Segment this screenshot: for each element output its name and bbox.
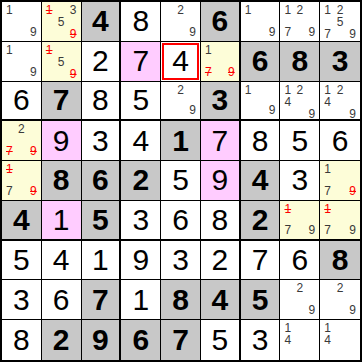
given-digit: 4: [211, 285, 228, 315]
entered-digit: 2: [92, 46, 109, 76]
given-digit: 8: [172, 285, 189, 315]
cell-r2c2[interactable]: 159: [42, 42, 82, 82]
cell-r1c9[interactable]: 12579: [320, 2, 360, 42]
candidate-9: 9: [305, 26, 315, 38]
cell-r1c6[interactable]: 6: [201, 2, 241, 42]
cell-r6c3[interactable]: 5: [82, 201, 122, 241]
candidate-1-eliminated: 1: [324, 203, 335, 215]
candidate-9: 9: [345, 304, 356, 316]
candidate-1: 1: [205, 44, 215, 56]
candidate-4: 4: [284, 334, 294, 346]
cell-r7c6[interactable]: 2: [201, 241, 241, 281]
pencil-marks: 1249: [320, 82, 360, 120]
entered-digit: 5: [132, 85, 149, 115]
entered-digit: 6: [291, 245, 308, 275]
pencil-marks: 19: [241, 2, 280, 41]
cell-r6c7[interactable]: 2: [241, 201, 281, 241]
cell-r9c5[interactable]: 7: [161, 320, 201, 360]
cell-r4c5[interactable]: 1: [161, 121, 201, 161]
candidate-4: 4: [284, 96, 294, 108]
given-digit: 3: [332, 46, 349, 76]
candidate-5: 5: [56, 56, 66, 68]
candidate-9-eliminated: 9: [225, 66, 235, 78]
cell-r8c5[interactable]: 8: [161, 280, 201, 320]
cell-r1c4[interactable]: 8: [121, 2, 161, 42]
entered-digit: 4: [132, 126, 149, 156]
candidate-7: 7: [284, 224, 294, 236]
candidate-4: 4: [324, 96, 335, 108]
candidate-1-eliminated: 1: [46, 4, 56, 16]
candidate-4: 4: [324, 334, 335, 346]
pencil-marks: 12579: [320, 2, 360, 41]
candidate-1: 1: [245, 84, 255, 96]
cell-r3c1[interactable]: 6: [2, 82, 42, 122]
candidate-9-eliminated: 9: [66, 28, 76, 40]
cell-r7c2[interactable]: 4: [42, 241, 82, 281]
candidate-9: 9: [305, 108, 315, 120]
candidate-3: 3: [66, 4, 76, 16]
cell-r8c8[interactable]: 29: [280, 280, 320, 320]
entered-digit: 6: [332, 126, 349, 156]
entered-digit: 6: [172, 205, 189, 235]
cell-r2c4[interactable]: 7: [121, 42, 161, 82]
candidate-9-eliminated: 9: [66, 68, 76, 80]
cell-r7c5[interactable]: 3: [161, 241, 201, 281]
cell-r7c7[interactable]: 7: [241, 241, 281, 281]
candidate-7-eliminated: 7: [6, 145, 16, 157]
cell-r7c3[interactable]: 1: [82, 241, 122, 281]
candidate-2: 2: [175, 84, 185, 96]
entered-digit: 8: [92, 85, 109, 115]
candidate-7: 7: [324, 28, 335, 40]
cell-r4c7[interactable]: 8: [241, 121, 281, 161]
pencil-marks: 179: [280, 201, 319, 239]
candidate-9: 9: [265, 26, 275, 38]
entered-digit: 8: [252, 126, 269, 156]
entered-digit: 3: [172, 245, 189, 275]
entered-digit: 5: [13, 245, 30, 275]
entered-digit: 6: [53, 285, 70, 315]
cell-r5c2[interactable]: 8: [42, 161, 82, 201]
cell-r4c9[interactable]: 6: [320, 121, 360, 161]
cell-r5c1[interactable]: 179: [2, 161, 42, 201]
cell-r4c2[interactable]: 9: [42, 121, 82, 161]
cell-r5c9[interactable]: 179: [320, 161, 360, 201]
candidate-9-eliminated: 9: [345, 185, 356, 197]
cell-r6c2[interactable]: 1: [42, 201, 82, 241]
candidate-2: 2: [175, 4, 185, 16]
given-digit: 4: [252, 165, 269, 195]
pencil-marks: 29: [161, 82, 200, 120]
pencil-marks: 14: [280, 320, 319, 360]
cell-r2c6[interactable]: 179: [201, 42, 241, 82]
cell-r2c3[interactable]: 2: [82, 42, 122, 82]
cell-r5c7[interactable]: 4: [241, 161, 281, 201]
cell-r1c2[interactable]: 1359: [42, 2, 82, 42]
candidate-9: 9: [186, 26, 196, 38]
cell-r3c7[interactable]: 19: [241, 82, 281, 122]
candidate-5: 5: [56, 16, 66, 28]
cell-r8c6[interactable]: 4: [201, 280, 241, 320]
entered-digit: 7: [132, 46, 149, 76]
candidate-9: 9: [265, 104, 275, 116]
pencil-marks: 179: [2, 161, 41, 200]
candidate-7: 7: [284, 26, 294, 38]
cell-r3c2[interactable]: 7: [42, 82, 82, 122]
entered-digit: 1: [132, 285, 149, 315]
cell-r4c1[interactable]: 279: [2, 121, 42, 161]
pencil-marks: 19: [2, 42, 41, 81]
cell-r6c6[interactable]: 8: [201, 201, 241, 241]
entered-digit: 1: [92, 245, 109, 275]
pencil-marks: 1359: [42, 2, 81, 41]
cell-r9c9[interactable]: 14: [320, 320, 360, 360]
given-digit: 1: [172, 126, 189, 156]
entered-digit: 1: [53, 205, 70, 235]
candidate-1: 1: [6, 4, 16, 16]
cell-r8c7[interactable]: 5: [241, 280, 281, 320]
entered-digit: 5: [291, 126, 308, 156]
given-digit: 7: [92, 285, 109, 315]
pencil-marks: 179: [320, 201, 360, 239]
given-digit: 6: [92, 165, 109, 195]
given-digit: 5: [252, 285, 269, 315]
candidate-1: 1: [284, 84, 294, 96]
entered-digit: 9: [132, 245, 149, 275]
candidate-1: 1: [324, 163, 335, 175]
cell-r5c3[interactable]: 6: [82, 161, 122, 201]
pencil-marks: 29: [161, 2, 200, 41]
cell-r6c8[interactable]: 179: [280, 201, 320, 241]
candidate-9: 9: [345, 28, 356, 40]
entered-digit: 8: [13, 325, 30, 355]
given-digit: 4: [92, 6, 109, 36]
cell-r7c8[interactable]: 6: [280, 241, 320, 281]
entered-digit: 9: [211, 165, 228, 195]
cell-r8c1[interactable]: 3: [2, 280, 42, 320]
cell-r3c6[interactable]: 3: [201, 82, 241, 122]
given-digit: 4: [13, 205, 30, 235]
cell-r1c8[interactable]: 1279: [280, 2, 320, 42]
given-digit: 5: [92, 205, 109, 235]
given-digit: 2: [132, 165, 149, 195]
candidate-7: 7: [324, 185, 335, 197]
candidate-2: 2: [295, 84, 305, 96]
cell-r7c1[interactable]: 5: [2, 241, 42, 281]
candidate-1: 1: [324, 84, 335, 96]
candidate-1: 1: [284, 4, 294, 16]
cell-r9c7[interactable]: 3: [241, 320, 281, 360]
candidate-2: 2: [335, 84, 346, 96]
cell-r7c4[interactable]: 9: [121, 241, 161, 281]
entered-digit: 8: [211, 205, 228, 235]
cell-r9c3[interactable]: 9: [82, 320, 122, 360]
cell-r3c3[interactable]: 8: [82, 82, 122, 122]
cell-r7c9[interactable]: 8: [320, 241, 360, 281]
cell-r8c4[interactable]: 1: [121, 280, 161, 320]
candidate-9-eliminated: 9: [27, 185, 37, 197]
candidate-9: 9: [27, 26, 37, 38]
cell-r5c4[interactable]: 2: [121, 161, 161, 201]
candidate-1-eliminated: 1: [284, 203, 294, 215]
pencil-marks: 14: [320, 320, 360, 360]
given-digit: 6: [252, 46, 269, 76]
pencil-marks: 29: [320, 280, 360, 319]
cell-r9c8[interactable]: 14: [280, 320, 320, 360]
candidate-9: 9: [27, 66, 37, 78]
cell-r6c1[interactable]: 4: [2, 201, 42, 241]
entered-digit: 3: [13, 285, 30, 315]
candidate-1: 1: [245, 4, 255, 16]
candidate-9-eliminated: 9: [27, 145, 37, 157]
cell-r5c6[interactable]: 9: [201, 161, 241, 201]
given-digit: 6: [132, 325, 149, 355]
candidate-1: 1: [324, 4, 335, 16]
entered-digit: 3: [92, 126, 109, 156]
cell-r5c5[interactable]: 5: [161, 161, 201, 201]
entered-digit: 9: [53, 126, 70, 156]
candidate-9: 9: [345, 224, 356, 236]
cell-r4c3[interactable]: 3: [82, 121, 122, 161]
entered-digit: 8: [132, 6, 149, 36]
candidate-9: 9: [345, 108, 356, 120]
entered-digit: 5: [211, 325, 228, 355]
candidate-9: 9: [305, 304, 315, 316]
given-digit: 2: [53, 325, 70, 355]
entered-digit: 4: [53, 245, 70, 275]
cell-r3c8[interactable]: 1249: [280, 82, 320, 122]
pencil-marks: 279: [2, 121, 41, 160]
candidate-9: 9: [186, 104, 196, 116]
candidate-7-eliminated: 7: [205, 66, 215, 78]
pencil-marks: 1249: [280, 82, 319, 120]
cell-r8c2[interactable]: 6: [42, 280, 82, 320]
candidate-7: 7: [6, 185, 16, 197]
given-digit: 8: [53, 165, 70, 195]
cell-r9c2[interactable]: 2: [42, 320, 82, 360]
candidate-1-eliminated: 1: [46, 44, 56, 56]
pencil-marks: 179: [201, 42, 239, 81]
cell-r3c4[interactable]: 5: [121, 82, 161, 122]
cell-r4c6[interactable]: 7: [201, 121, 241, 161]
given-digit: 7: [53, 85, 70, 115]
pencil-marks: 1279: [280, 2, 319, 41]
cell-r2c1[interactable]: 19: [2, 42, 42, 82]
cell-r3c5[interactable]: 29: [161, 82, 201, 122]
given-digit: 9: [92, 325, 109, 355]
given-digit: 3: [211, 85, 228, 115]
entered-digit: 4: [172, 46, 189, 76]
cell-r9c6[interactable]: 5: [201, 320, 241, 360]
pencil-marks: 29: [280, 280, 319, 319]
cell-r8c3[interactable]: 7: [82, 280, 122, 320]
candidate-2: 2: [295, 282, 305, 294]
candidate-9: 9: [305, 224, 315, 236]
cell-r1c3[interactable]: 4: [82, 2, 122, 42]
given-digit: 7: [172, 325, 189, 355]
entered-digit: 3: [132, 205, 149, 235]
sudoku-board: 1913594829619127912579191592741796836785…: [0, 0, 362, 362]
pencil-marks: 179: [320, 161, 360, 200]
cell-r6c5[interactable]: 6: [161, 201, 201, 241]
candidate-1: 1: [6, 44, 16, 56]
cell-r9c4[interactable]: 6: [121, 320, 161, 360]
cell-r8c9[interactable]: 29: [320, 280, 360, 320]
cell-r5c8[interactable]: 3: [280, 161, 320, 201]
cell-r1c1[interactable]: 19: [2, 2, 42, 42]
given-digit: 2: [252, 205, 269, 235]
entered-digit: 2: [211, 245, 228, 275]
cell-r6c9[interactable]: 179: [320, 201, 360, 241]
candidate-2: 2: [16, 123, 26, 135]
candidate-5: 5: [335, 16, 346, 28]
cell-r4c4[interactable]: 4: [121, 121, 161, 161]
entered-digit: 5: [172, 165, 189, 195]
cell-r1c7[interactable]: 19: [241, 2, 281, 42]
entered-digit: 3: [252, 325, 269, 355]
candidate-1-eliminated: 1: [6, 163, 16, 175]
cell-r9c1[interactable]: 8: [2, 320, 42, 360]
cell-r1c5[interactable]: 29: [161, 2, 201, 42]
candidate-2: 2: [335, 282, 346, 294]
pencil-marks: 19: [241, 82, 280, 120]
cell-r6c4[interactable]: 3: [121, 201, 161, 241]
cell-r4c8[interactable]: 5: [280, 121, 320, 161]
entered-digit: 6: [13, 85, 30, 115]
given-digit: 8: [332, 245, 349, 275]
given-digit: 6: [211, 6, 228, 36]
cell-r3c9[interactable]: 1249: [320, 82, 360, 122]
entered-digit: 7: [211, 126, 228, 156]
cell-r2c7[interactable]: 6: [241, 42, 281, 82]
entered-digit: 3: [291, 165, 308, 195]
candidate-7: 7: [324, 224, 335, 236]
cell-r2c8[interactable]: 8: [280, 42, 320, 82]
pencil-marks: 159: [42, 42, 81, 81]
cell-r2c9[interactable]: 3: [320, 42, 360, 82]
candidate-2: 2: [295, 4, 305, 16]
pencil-marks: 19: [2, 2, 41, 41]
given-digit: 8: [291, 46, 308, 76]
entered-digit: 7: [252, 245, 269, 275]
cell-r2c5[interactable]: 4: [161, 42, 201, 82]
